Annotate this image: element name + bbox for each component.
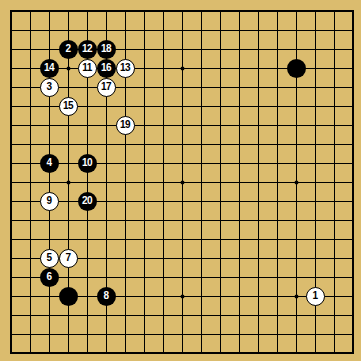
stone-white-move-3: 3 — [40, 78, 59, 97]
setup-stone-black — [59, 287, 78, 306]
stone-black-move-10: 10 — [78, 154, 97, 173]
stone-black-move-14: 14 — [40, 59, 59, 78]
go-board: 1234567891011121314151617181920 — [0, 0, 361, 361]
stone-white-move-7: 7 — [59, 249, 78, 268]
stones-layer: 1234567891011121314151617181920 — [2, 2, 361, 361]
stone-black-move-2: 2 — [59, 40, 78, 59]
stone-white-move-19: 19 — [116, 116, 135, 135]
stone-black-move-16: 16 — [97, 59, 116, 78]
stone-black-move-20: 20 — [78, 192, 97, 211]
stone-white-move-15: 15 — [59, 97, 78, 116]
stone-black-move-18: 18 — [97, 40, 116, 59]
stone-white-move-13: 13 — [116, 59, 135, 78]
stone-black-move-12: 12 — [78, 40, 97, 59]
setup-stone-black — [287, 59, 306, 78]
stone-black-move-8: 8 — [97, 287, 116, 306]
stone-white-move-1: 1 — [306, 287, 325, 306]
stone-black-move-6: 6 — [40, 268, 59, 287]
stone-white-move-9: 9 — [40, 192, 59, 211]
stone-white-move-11: 11 — [78, 59, 97, 78]
stone-black-move-4: 4 — [40, 154, 59, 173]
stone-white-move-17: 17 — [97, 78, 116, 97]
stone-white-move-5: 5 — [40, 249, 59, 268]
